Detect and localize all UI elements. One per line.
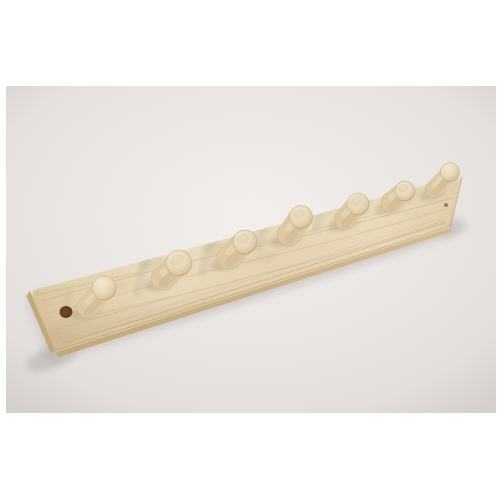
photo-vignette <box>6 86 496 413</box>
peg-rack-photo <box>0 0 500 500</box>
vignette-layer <box>6 86 496 413</box>
product-photo-frame <box>0 0 500 500</box>
